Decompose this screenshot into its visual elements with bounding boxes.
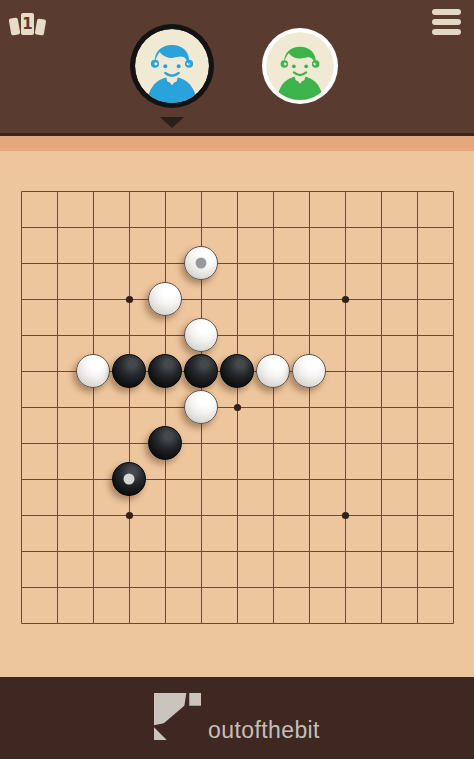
stone-black	[184, 354, 218, 388]
stone-black	[148, 426, 182, 460]
turn-indicator-triangle	[160, 117, 184, 128]
hamburger-icon-bar	[432, 19, 461, 25]
stone-white	[256, 354, 290, 388]
board-area	[0, 151, 474, 677]
stone-black	[220, 354, 254, 388]
last-move-marker	[196, 258, 207, 269]
last-move-marker	[124, 474, 135, 485]
podium-bar-right-icon	[35, 18, 47, 35]
leaderboard-rank: 1	[21, 13, 34, 35]
footer-bar: outofthebit	[0, 677, 474, 759]
stone-black	[148, 354, 182, 388]
stone-layer	[0, 151, 474, 677]
header-divider-band	[0, 133, 474, 151]
outofthebit-logo-icon	[154, 693, 201, 740]
podium-bar-left-icon	[9, 17, 21, 35]
stone-white-last-move	[184, 246, 218, 280]
stone-white	[76, 354, 110, 388]
player-avatar-green[interactable]	[262, 28, 338, 104]
green-person-icon	[266, 32, 334, 100]
leaderboard-button[interactable]: 1	[10, 13, 48, 36]
stone-white	[184, 390, 218, 424]
gomoku-app-screen: 1	[0, 0, 474, 759]
hamburger-icon-bar	[432, 9, 461, 15]
podium-bar-center-icon: 1	[21, 13, 34, 35]
stone-white	[148, 282, 182, 316]
stone-black	[112, 354, 146, 388]
brand-wordmark: outofthebit	[208, 719, 320, 742]
stone-black-last-move	[112, 462, 146, 496]
blue-person-icon	[135, 29, 209, 103]
header-bar: 1	[0, 0, 474, 133]
menu-button[interactable]	[432, 9, 461, 35]
player-avatar-blue[interactable]	[130, 24, 214, 108]
stone-white	[292, 354, 326, 388]
stone-white	[184, 318, 218, 352]
hamburger-icon-bar	[432, 29, 461, 35]
